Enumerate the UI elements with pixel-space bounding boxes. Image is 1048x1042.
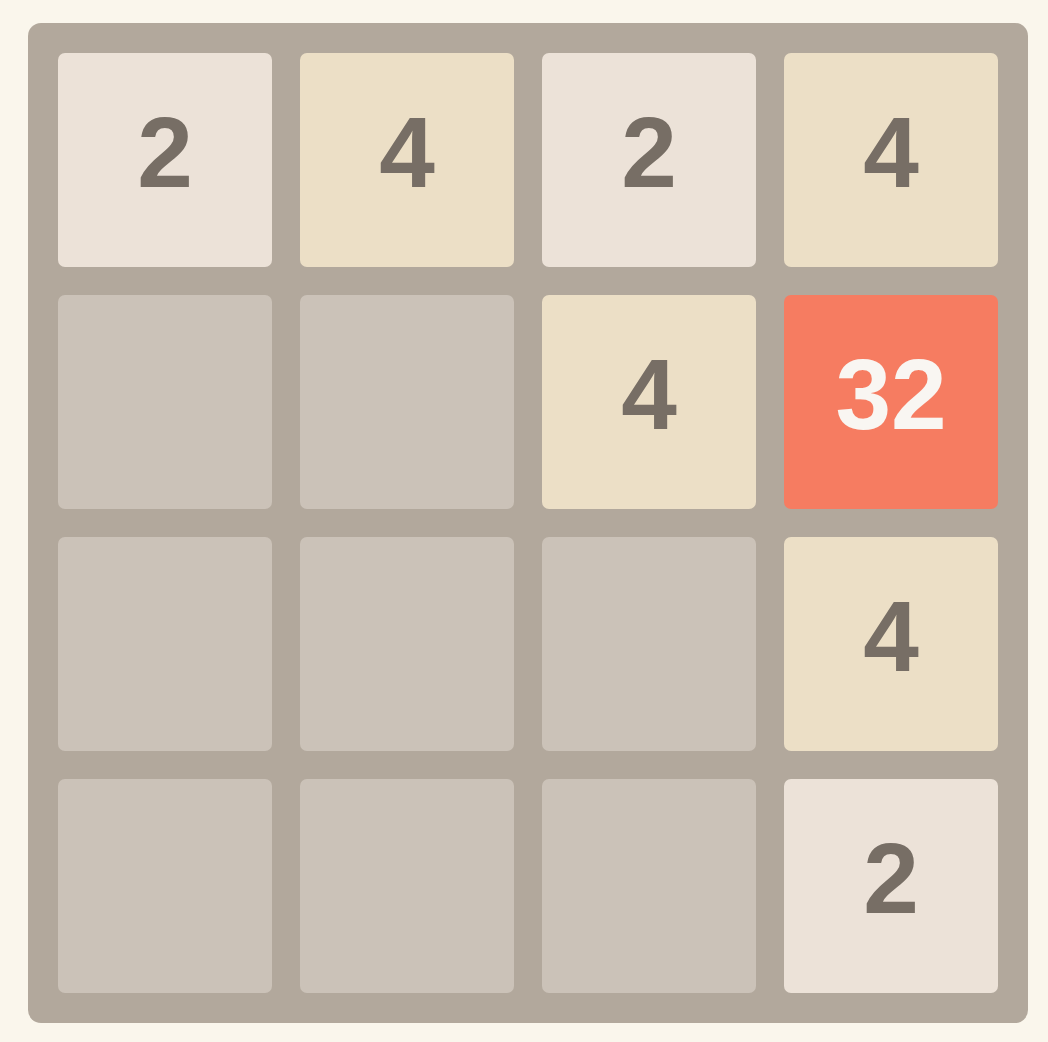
tile-value: 4 xyxy=(379,102,435,202)
tile-value: 2 xyxy=(621,102,677,202)
empty-cell xyxy=(58,537,272,751)
tile-value: 4 xyxy=(621,344,677,444)
empty-cell xyxy=(300,537,514,751)
empty-cell xyxy=(542,537,756,751)
tile-4: 4 xyxy=(300,53,514,267)
tile-4: 4 xyxy=(784,53,998,267)
empty-cell xyxy=(58,779,272,993)
tile-4: 4 xyxy=(784,537,998,751)
empty-cell xyxy=(300,779,514,993)
tile-32: 32 xyxy=(784,295,998,509)
tile-value: 32 xyxy=(835,344,946,444)
tile-value: 2 xyxy=(863,828,919,928)
tile-value: 4 xyxy=(863,102,919,202)
tile-2: 2 xyxy=(58,53,272,267)
tile-4: 4 xyxy=(542,295,756,509)
empty-cell xyxy=(542,779,756,993)
tile-2: 2 xyxy=(542,53,756,267)
tile-value: 2 xyxy=(137,102,193,202)
tile-value: 4 xyxy=(863,586,919,686)
2048-board[interactable]: 242443242 xyxy=(28,23,1028,1023)
tile-2: 2 xyxy=(784,779,998,993)
empty-cell xyxy=(58,295,272,509)
empty-cell xyxy=(300,295,514,509)
